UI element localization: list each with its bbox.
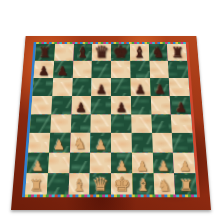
square-g8[interactable]: ♞ — [148, 44, 168, 61]
black-pawn-b7[interactable]: ♟ — [57, 65, 68, 77]
square-e5[interactable]: ♟ — [111, 96, 131, 114]
white-pawn-d3[interactable]: ♟ — [95, 139, 107, 152]
black-pawn-g6[interactable]: ♟ — [154, 82, 165, 95]
black-pawn-h5[interactable]: ♟ — [175, 100, 187, 113]
square-g7[interactable] — [149, 61, 169, 78]
black-pawn-a7[interactable]: ♟ — [38, 65, 49, 77]
square-f8[interactable]: ♝ — [130, 44, 149, 61]
square-h8[interactable]: ♜ — [167, 44, 187, 61]
white-rook-a1[interactable]: ♜ — [29, 178, 43, 194]
square-c5[interactable]: ♟ — [71, 96, 91, 114]
square-g1[interactable]: ♞ — [153, 173, 175, 194]
square-e2[interactable]: ♟ — [111, 153, 132, 173]
black-bishop-c8[interactable]: ♝ — [76, 45, 89, 60]
square-f5[interactable] — [131, 96, 151, 114]
square-b1[interactable] — [47, 173, 69, 194]
square-b3[interactable]: ♟ — [49, 133, 70, 153]
square-c2[interactable] — [69, 153, 90, 173]
white-knight-c3[interactable]: ♞ — [73, 137, 87, 152]
white-pawn-g2[interactable]: ♟ — [158, 159, 170, 173]
white-knight-g1[interactable]: ♞ — [158, 178, 172, 194]
square-f1[interactable]: ♝ — [132, 173, 154, 194]
square-c8[interactable]: ♝ — [73, 44, 92, 61]
black-queen-d8[interactable]: ♛ — [94, 43, 109, 60]
square-h5[interactable]: ♟ — [170, 96, 191, 114]
square-b6[interactable] — [52, 78, 72, 96]
square-h7[interactable] — [168, 61, 188, 78]
square-a2[interactable]: ♟ — [27, 153, 49, 173]
square-h3[interactable] — [172, 133, 194, 153]
square-a3[interactable] — [28, 133, 50, 153]
square-g2[interactable]: ♟ — [152, 153, 174, 173]
chess-board: ♜♝♛♚♝♞♜♟♟♟♟♟♟♟♟♟♞♟♟♟♟♟♟♜♝♛♚♝♞♜ — [11, 36, 211, 210]
black-rook-a8[interactable]: ♜ — [38, 46, 51, 60]
square-h4[interactable] — [171, 114, 192, 133]
square-f3[interactable] — [131, 133, 152, 153]
square-f4[interactable] — [131, 114, 152, 133]
white-pawn-b3[interactable]: ♟ — [53, 139, 65, 152]
white-queen-d1[interactable]: ♛ — [92, 175, 109, 194]
white-bishop-f1[interactable]: ♝ — [136, 177, 151, 194]
square-e7[interactable] — [111, 61, 130, 78]
black-pawn-d6[interactable]: ♟ — [96, 82, 107, 95]
square-e3[interactable] — [111, 133, 132, 153]
square-d7[interactable] — [92, 61, 111, 78]
black-rook-h8[interactable]: ♜ — [171, 46, 184, 60]
square-a8[interactable]: ♜ — [35, 44, 55, 61]
white-rook-h1[interactable]: ♜ — [179, 178, 193, 194]
black-pawn-e5[interactable]: ♟ — [115, 100, 127, 113]
white-pawn-e2[interactable]: ♟ — [115, 159, 127, 173]
square-h6[interactable] — [169, 78, 190, 96]
square-g3[interactable] — [152, 133, 173, 153]
square-e8[interactable]: ♚ — [111, 44, 130, 61]
square-b4[interactable] — [50, 114, 71, 133]
black-pawn-f6[interactable]: ♟ — [135, 82, 146, 95]
square-a7[interactable]: ♟ — [34, 61, 54, 78]
square-c6[interactable] — [72, 78, 92, 96]
black-bishop-f8[interactable]: ♝ — [133, 45, 146, 60]
chess-photo: ♜♝♛♚♝♞♜♟♟♟♟♟♟♟♟♟♞♟♟♟♟♟♟♜♝♛♚♝♞♜ — [0, 0, 222, 222]
square-g6[interactable]: ♟ — [150, 78, 170, 96]
square-c4[interactable] — [70, 114, 91, 133]
square-b8[interactable] — [54, 44, 74, 61]
square-f2[interactable]: ♟ — [132, 153, 153, 173]
square-b2[interactable] — [48, 153, 70, 173]
square-h1[interactable]: ♜ — [174, 173, 197, 194]
square-a4[interactable] — [30, 114, 51, 133]
black-king-e8[interactable]: ♚ — [113, 43, 129, 60]
square-g4[interactable] — [151, 114, 172, 133]
board-frame: ♜♝♛♚♝♞♜♟♟♟♟♟♟♟♟♟♞♟♟♟♟♟♟♜♝♛♚♝♞♜ — [11, 36, 211, 210]
mosaic-border: ♜♝♛♚♝♞♜♟♟♟♟♟♟♟♟♟♞♟♟♟♟♟♟♜♝♛♚♝♞♜ — [22, 42, 200, 197]
black-pawn-c5[interactable]: ♟ — [75, 100, 87, 113]
square-e1[interactable]: ♚ — [111, 173, 132, 194]
square-d3[interactable]: ♟ — [90, 133, 111, 153]
square-d2[interactable] — [90, 153, 111, 173]
white-king-e1[interactable]: ♚ — [113, 174, 131, 194]
square-h2[interactable]: ♟ — [173, 153, 195, 173]
square-a5[interactable] — [31, 96, 52, 114]
square-f7[interactable] — [130, 61, 150, 78]
square-e4[interactable] — [111, 114, 131, 133]
square-a6[interactable] — [32, 78, 53, 96]
square-c3[interactable]: ♞ — [70, 133, 91, 153]
square-g5[interactable] — [150, 96, 171, 114]
square-e6[interactable] — [111, 78, 131, 96]
square-d6[interactable]: ♟ — [91, 78, 111, 96]
square-d4[interactable] — [91, 114, 111, 133]
black-knight-g8[interactable]: ♞ — [152, 46, 165, 60]
board-grid: ♜♝♛♚♝♞♜♟♟♟♟♟♟♟♟♟♞♟♟♟♟♟♟♜♝♛♚♝♞♜ — [25, 44, 197, 194]
white-pawn-h2[interactable]: ♟ — [179, 159, 191, 173]
square-d8[interactable]: ♛ — [92, 44, 111, 61]
white-pawn-f2[interactable]: ♟ — [137, 159, 149, 173]
square-d1[interactable]: ♛ — [90, 173, 111, 194]
white-pawn-a2[interactable]: ♟ — [31, 159, 43, 173]
square-c1[interactable]: ♝ — [68, 173, 90, 194]
square-b7[interactable]: ♟ — [53, 61, 73, 78]
white-bishop-c1[interactable]: ♝ — [71, 177, 86, 194]
square-c7[interactable] — [72, 61, 92, 78]
square-b5[interactable] — [51, 96, 72, 114]
square-d5[interactable] — [91, 96, 111, 114]
square-f6[interactable]: ♟ — [130, 78, 150, 96]
square-a1[interactable]: ♜ — [25, 173, 48, 194]
